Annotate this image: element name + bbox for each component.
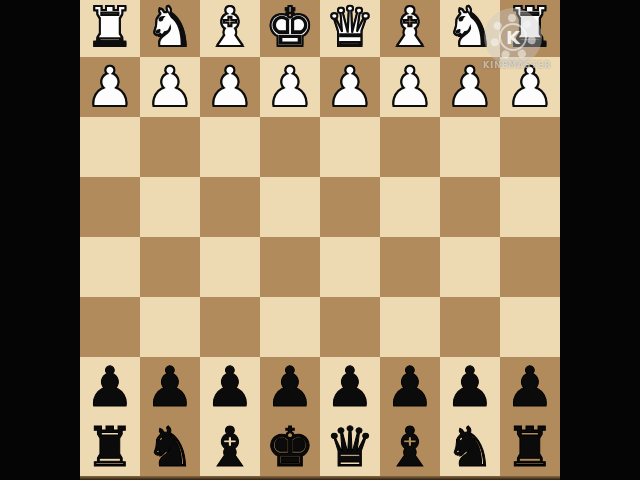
- right-letterbox-bar: [560, 0, 640, 480]
- piece-black-queen: ♛: [325, 420, 374, 475]
- kinemaster-label: KINEMASTER: [483, 61, 549, 70]
- square-c3[interactable]: [380, 117, 440, 177]
- piece-black-pawn: ♟: [205, 360, 254, 415]
- square-h1[interactable]: ♜: [80, 0, 140, 57]
- square-b3[interactable]: [440, 117, 500, 177]
- square-d7[interactable]: ♟: [320, 357, 380, 417]
- square-b8[interactable]: ♞: [440, 417, 500, 477]
- square-g2[interactable]: ♟: [140, 57, 200, 117]
- square-e1[interactable]: ♚: [260, 0, 320, 57]
- piece-black-rook: ♜: [85, 420, 134, 475]
- square-c1[interactable]: ♝: [380, 0, 440, 57]
- square-a5[interactable]: [500, 237, 560, 297]
- square-e5[interactable]: [260, 237, 320, 297]
- square-h2[interactable]: ♟: [80, 57, 140, 117]
- piece-white-rook: ♜: [85, 0, 134, 55]
- square-c4[interactable]: [380, 177, 440, 237]
- reel-hole-icon: [508, 14, 516, 22]
- square-e7[interactable]: ♟: [260, 357, 320, 417]
- piece-black-rook: ♜: [505, 420, 554, 475]
- square-e6[interactable]: [260, 297, 320, 357]
- square-f2[interactable]: ♟: [200, 57, 260, 117]
- piece-black-bishop: ♝: [205, 420, 254, 475]
- square-f6[interactable]: [200, 297, 260, 357]
- piece-white-pawn: ♟: [145, 60, 194, 115]
- square-c8[interactable]: ♝: [380, 417, 440, 477]
- square-d6[interactable]: [320, 297, 380, 357]
- square-d1[interactable]: ♛: [320, 0, 380, 57]
- square-e4[interactable]: [260, 177, 320, 237]
- piece-white-queen: ♛: [325, 0, 374, 55]
- piece-white-bishop: ♝: [385, 0, 434, 55]
- piece-black-pawn: ♟: [85, 360, 134, 415]
- square-g8[interactable]: ♞: [140, 417, 200, 477]
- piece-white-pawn: ♟: [205, 60, 254, 115]
- square-a6[interactable]: [500, 297, 560, 357]
- piece-black-knight: ♞: [145, 420, 194, 475]
- square-a7[interactable]: ♟: [500, 357, 560, 417]
- piece-black-pawn: ♟: [145, 360, 194, 415]
- piece-black-pawn: ♟: [325, 360, 374, 415]
- piece-white-bishop: ♝: [205, 0, 254, 55]
- square-e2[interactable]: ♟: [260, 57, 320, 117]
- square-g1[interactable]: ♞: [140, 0, 200, 57]
- piece-white-knight: ♞: [145, 0, 194, 55]
- square-d4[interactable]: [320, 177, 380, 237]
- square-b4[interactable]: [440, 177, 500, 237]
- square-f7[interactable]: ♟: [200, 357, 260, 417]
- piece-black-pawn: ♟: [505, 360, 554, 415]
- square-c7[interactable]: ♟: [380, 357, 440, 417]
- kinemaster-k-icon: K: [499, 23, 527, 51]
- kinemaster-logo: K: [484, 8, 542, 66]
- square-d5[interactable]: [320, 237, 380, 297]
- piece-black-knight: ♞: [445, 420, 494, 475]
- piece-white-pawn: ♟: [85, 60, 134, 115]
- square-a3[interactable]: [500, 117, 560, 177]
- square-c2[interactable]: ♟: [380, 57, 440, 117]
- square-e3[interactable]: [260, 117, 320, 177]
- square-a8[interactable]: ♜: [500, 417, 560, 477]
- piece-white-pawn: ♟: [325, 60, 374, 115]
- square-b7[interactable]: ♟: [440, 357, 500, 417]
- reel-hole-icon: [500, 49, 510, 59]
- square-h3[interactable]: [80, 117, 140, 177]
- board-bottom-edge: [80, 476, 560, 480]
- chess-board: ♜♞♝♚♛♝♞♜♟♟♟♟♟♟♟♟♟♟♟♟♟♟♟♟♜♞♝♚♛♝♞♜: [80, 0, 560, 477]
- square-h5[interactable]: [80, 237, 140, 297]
- square-b6[interactable]: [440, 297, 500, 357]
- piece-black-pawn: ♟: [445, 360, 494, 415]
- square-a4[interactable]: [500, 177, 560, 237]
- square-h6[interactable]: [80, 297, 140, 357]
- square-g5[interactable]: [140, 237, 200, 297]
- square-c5[interactable]: [380, 237, 440, 297]
- square-g7[interactable]: ♟: [140, 357, 200, 417]
- square-h8[interactable]: ♜: [80, 417, 140, 477]
- square-d3[interactable]: [320, 117, 380, 177]
- piece-black-bishop: ♝: [385, 420, 434, 475]
- reel-hole-icon: [527, 36, 536, 45]
- square-g3[interactable]: [140, 117, 200, 177]
- square-g4[interactable]: [140, 177, 200, 237]
- square-c6[interactable]: [380, 297, 440, 357]
- square-f4[interactable]: [200, 177, 260, 237]
- square-f1[interactable]: ♝: [200, 0, 260, 57]
- left-letterbox-bar: [0, 0, 80, 480]
- piece-white-pawn: ♟: [385, 60, 434, 115]
- video-frame: ♜♞♝♚♛♝♞♜♟♟♟♟♟♟♟♟♟♟♟♟♟♟♟♟♜♞♝♚♛♝♞♜ K KINEM…: [0, 0, 640, 480]
- square-e8[interactable]: ♚: [260, 417, 320, 477]
- square-h7[interactable]: ♟: [80, 357, 140, 417]
- square-f5[interactable]: [200, 237, 260, 297]
- square-b5[interactable]: [440, 237, 500, 297]
- square-d2[interactable]: ♟: [320, 57, 380, 117]
- square-d8[interactable]: ♛: [320, 417, 380, 477]
- piece-white-king: ♚: [265, 0, 314, 55]
- piece-black-pawn: ♟: [385, 360, 434, 415]
- piece-white-pawn: ♟: [265, 60, 314, 115]
- square-h4[interactable]: [80, 177, 140, 237]
- square-f8[interactable]: ♝: [200, 417, 260, 477]
- square-g6[interactable]: [140, 297, 200, 357]
- piece-black-king: ♚: [265, 420, 314, 475]
- square-f3[interactable]: [200, 117, 260, 177]
- piece-black-pawn: ♟: [265, 360, 314, 415]
